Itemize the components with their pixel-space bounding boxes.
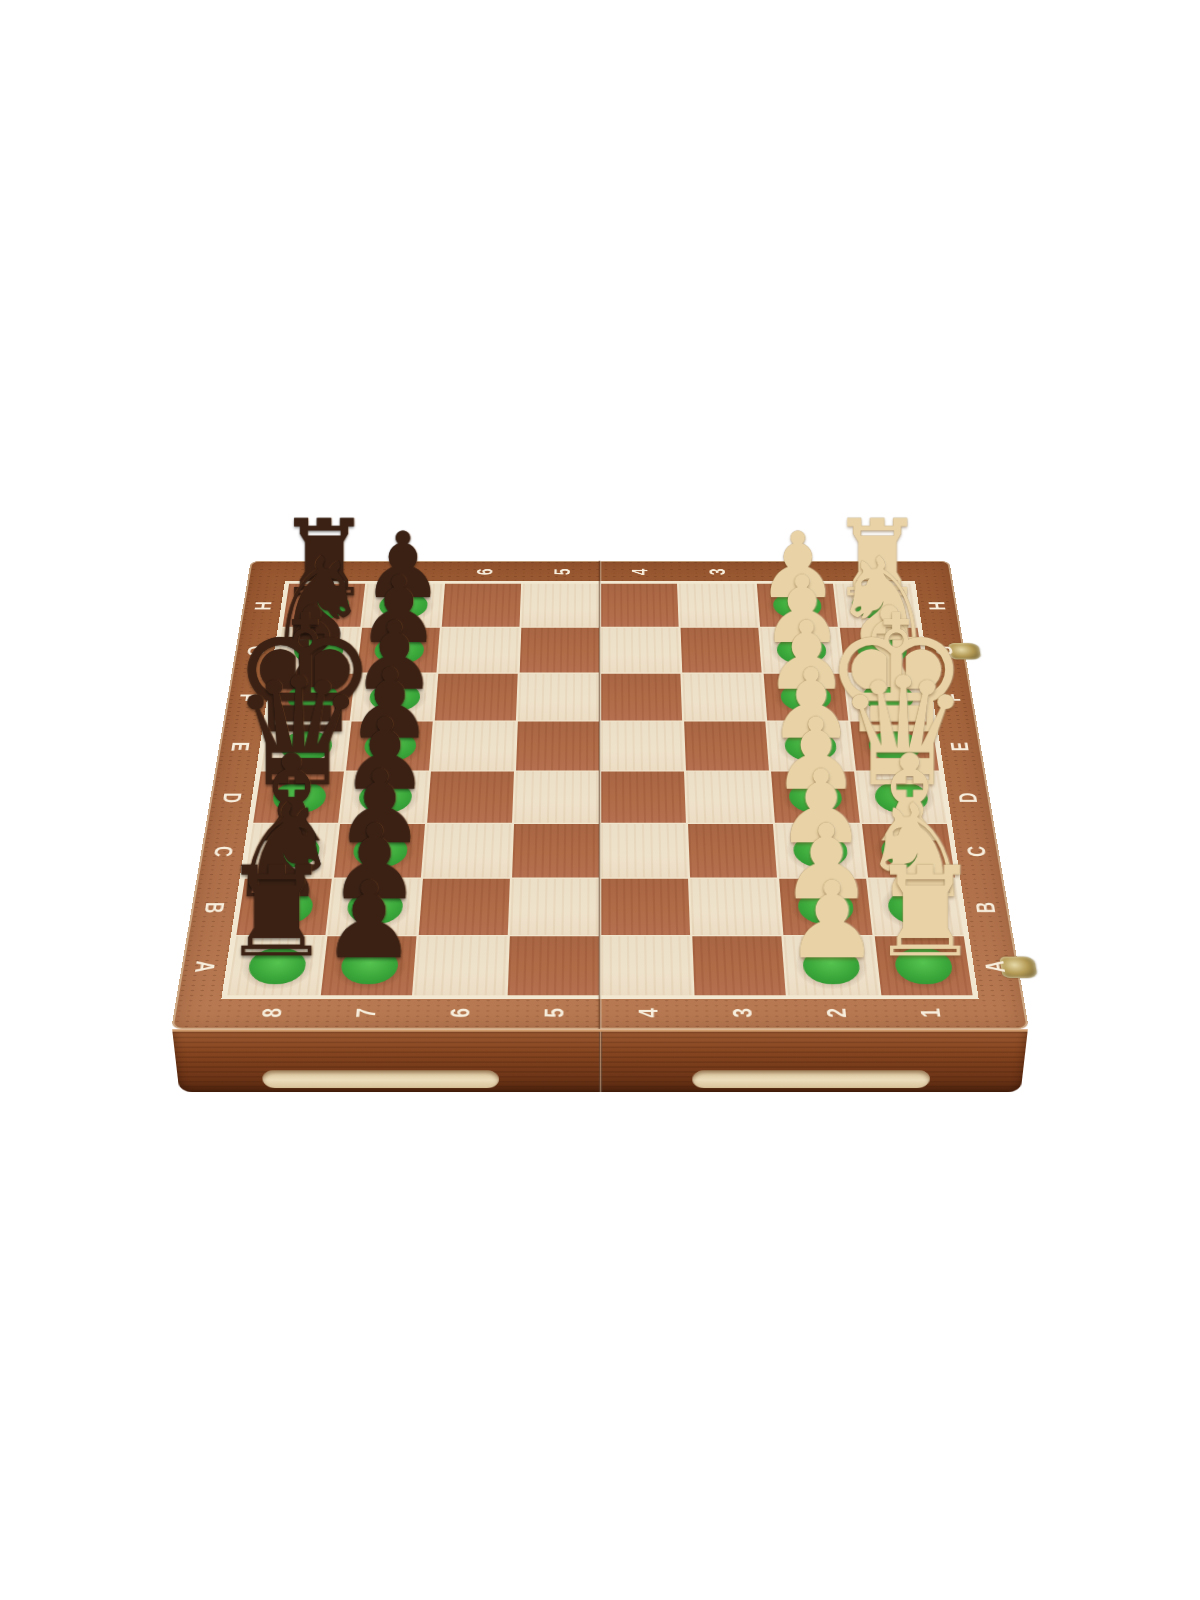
black-rook-icon: ♜ [178,851,374,975]
square-b4 [601,879,690,935]
square-d4 [601,772,686,823]
square-d5 [514,772,599,823]
square-g5 [520,628,599,673]
square-a5 [508,936,599,995]
rank-label-near-3: 3 [728,1002,756,1024]
square-e5 [516,722,599,771]
apron-recess-left [261,1070,498,1088]
photo-scene: ♜♟♟♜♞♟♟♞♝♟♟♝♚♟♟♚♛♟♟♛♝♟♟♝♞♟♟♞♜♟♟♜ HH88GG7… [0,0,1200,1600]
white-rook-icon: ♜ [826,851,1022,975]
square-h4 [601,584,679,627]
rank-label-near-1: 1 [916,1002,945,1024]
square-f5 [518,674,599,721]
square-f4 [601,674,682,721]
piece-white-rook: ♜ [875,936,973,995]
box-apron [172,1029,1028,1092]
rank-label-near-2: 2 [822,1002,851,1024]
chess-board: ♜♟♟♜♞♟♟♞♝♟♟♝♚♟♟♚♛♟♟♛♝♟♟♝♞♟♟♞♜♟♟♜ HH88GG7… [171,561,1029,1029]
square-e4 [601,722,684,771]
rank-label-near-8: 8 [257,1002,286,1024]
square-c5 [512,824,599,878]
rank-label-far-4: 4 [629,564,651,579]
square-c4 [601,824,688,878]
square-a8: ♜ [227,936,325,995]
rank-label-near-6: 6 [446,1002,474,1024]
square-b5 [510,879,599,935]
rank-label-near-5: 5 [541,1002,568,1024]
square-a4 [601,936,692,995]
rank-label-far-5: 5 [551,564,573,579]
piece-black-rook: ♜ [227,936,325,995]
rank-label-near-7: 7 [351,1002,380,1024]
square-h5 [521,584,599,627]
rank-label-near-4: 4 [635,1002,662,1024]
apron-recess-right [693,1070,930,1088]
square-a1: ♜ [875,936,973,995]
apron-fold-seam [599,1032,602,1092]
fold-seam [598,561,602,1029]
square-g4 [601,628,680,673]
